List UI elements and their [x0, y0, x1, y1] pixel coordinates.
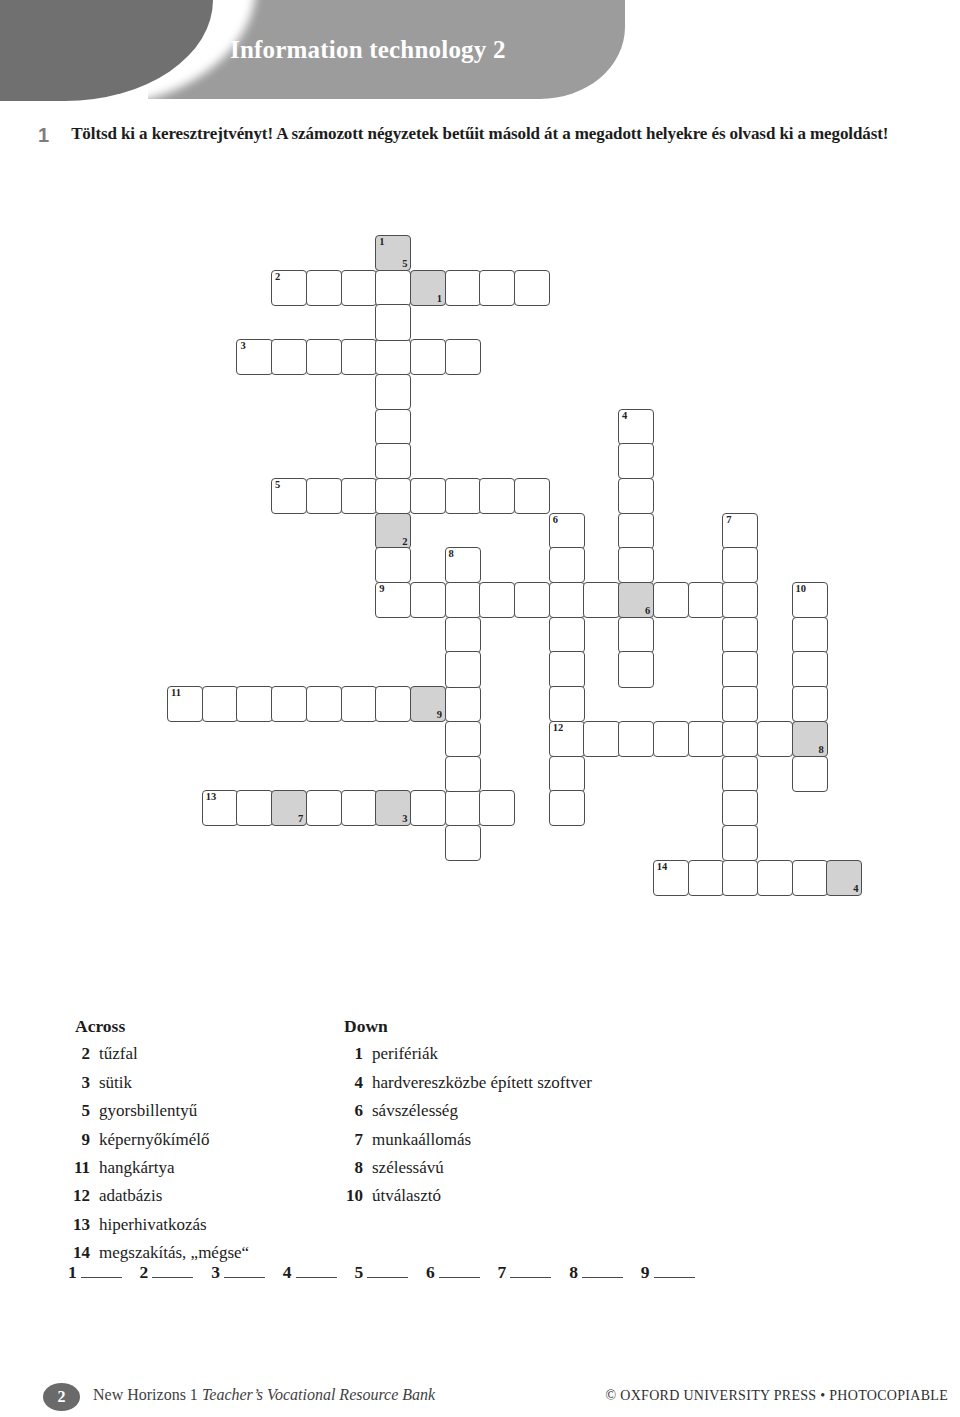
grid-cell-r14c8[interactable]: [445, 721, 481, 757]
grid-cell-r11c8[interactable]: [445, 617, 481, 653]
grid-cell-r9c13[interactable]: [618, 547, 654, 583]
across-clue-text-14: megszakítás, „mégse“: [99, 1243, 249, 1262]
grid-cell-r10c9[interactable]: [479, 582, 515, 618]
grid-cell-r18c15[interactable]: [688, 860, 724, 896]
answer-slot-number-8: 8: [569, 1262, 578, 1282]
clue-number-12: 12: [553, 722, 564, 734]
down-clue-4: 4hardvereszközbe épített szoftver: [337, 1069, 592, 1097]
grid-cell-r13c8[interactable]: [445, 686, 481, 722]
across-clue-number-12: 12: [68, 1182, 90, 1210]
grid-cell-r13c0[interactable]: 11: [167, 686, 203, 722]
answer-slot-number-2: 2: [140, 1262, 149, 1282]
grid-cell-r1c8[interactable]: [445, 270, 481, 306]
grid-cell-r15c11[interactable]: [549, 756, 585, 792]
grid-cell-r17c8[interactable]: [445, 825, 481, 861]
clue-number-5: 5: [275, 479, 280, 491]
answer-slot-number-4: 4: [283, 1262, 292, 1282]
grid-cell-r8c13[interactable]: [618, 513, 654, 549]
clue-number-6: 6: [553, 514, 558, 526]
across-clue-12: 12adatbázis: [68, 1182, 249, 1210]
answer-slot-number-5: 5: [354, 1262, 363, 1282]
answer-slot-blank-8[interactable]: [582, 1264, 623, 1278]
grid-cell-r10c8[interactable]: [445, 582, 481, 618]
solution-letter-number-1: 1: [437, 293, 442, 305]
down-clue-text-10: útválasztó: [372, 1186, 441, 1205]
answer-slot-9: 9: [641, 1262, 713, 1283]
page-number-badge: 2: [43, 1383, 80, 1411]
grid-cell-r5c13[interactable]: 4: [618, 409, 654, 445]
down-clue-number-7: 7: [337, 1126, 363, 1154]
grid-cell-r7c5[interactable]: [341, 478, 377, 514]
grid-cell-r14c14[interactable]: [653, 721, 689, 757]
grid-cell-r16c3[interactable]: 7: [271, 790, 307, 826]
down-clue-text-7: munkaállomás: [372, 1130, 471, 1149]
down-clue-6: 6sávszélesség: [337, 1097, 592, 1125]
across-clue-number-5: 5: [68, 1097, 90, 1125]
answer-slot-blank-1[interactable]: [81, 1264, 122, 1278]
solution-letter-number-5: 5: [402, 258, 407, 270]
answer-slot-5: 5: [354, 1262, 426, 1283]
grid-cell-r16c6[interactable]: 3: [375, 790, 411, 826]
down-clue-number-8: 8: [337, 1154, 363, 1182]
grid-cell-r6c13[interactable]: [618, 443, 654, 479]
clue-number-4: 4: [622, 410, 627, 422]
grid-cell-r11c16[interactable]: [722, 617, 758, 653]
grid-cell-r7c10[interactable]: [514, 478, 550, 514]
across-clue-number-2: 2: [68, 1040, 90, 1068]
down-clue-10: 10útválasztó: [337, 1182, 592, 1210]
solution-letter-number-8: 8: [819, 744, 824, 756]
grid-cell-r16c5[interactable]: [341, 790, 377, 826]
across-clue-text-13: hiperhivatkozás: [99, 1215, 207, 1234]
grid-cell-r13c7[interactable]: 9: [410, 686, 446, 722]
clue-number-2: 2: [275, 271, 280, 283]
across-clue-11: 11hangkártya: [68, 1154, 249, 1182]
grid-cell-r9c16[interactable]: [722, 547, 758, 583]
across-clue-text-3: sütik: [99, 1073, 132, 1092]
grid-cell-r3c4[interactable]: [306, 339, 342, 375]
grid-cell-r3c6[interactable]: [375, 339, 411, 375]
grid-cell-r18c18[interactable]: [792, 860, 828, 896]
down-clue-number-6: 6: [337, 1097, 363, 1125]
answer-slot-number-3: 3: [211, 1262, 220, 1282]
across-header: Across: [68, 1012, 249, 1040]
grid-cell-r10c11[interactable]: [549, 582, 585, 618]
grid-cell-r7c4[interactable]: [306, 478, 342, 514]
grid-cell-r3c5[interactable]: [341, 339, 377, 375]
grid-cell-r16c8[interactable]: [445, 790, 481, 826]
across-clue-3: 3sütik: [68, 1069, 249, 1097]
answer-slot-number-7: 7: [498, 1262, 507, 1282]
grid-cell-r7c8[interactable]: [445, 478, 481, 514]
grid-cell-r14c11[interactable]: 12: [549, 721, 585, 757]
grid-cell-r10c6[interactable]: 9: [375, 582, 411, 618]
grid-cell-r3c3[interactable]: [271, 339, 307, 375]
down-clue-text-4: hardvereszközbe épített szoftver: [372, 1073, 592, 1092]
grid-cell-r1c4[interactable]: [306, 270, 342, 306]
across-clue-text-11: hangkártya: [99, 1158, 175, 1177]
clue-number-8: 8: [449, 548, 454, 560]
solution-letter-number-9: 9: [437, 709, 442, 721]
grid-cell-r10c12[interactable]: [583, 582, 619, 618]
answer-slot-blank-4[interactable]: [296, 1264, 337, 1278]
grid-cell-r7c7[interactable]: [410, 478, 446, 514]
grid-cell-r11c11[interactable]: [549, 617, 585, 653]
across-clue-13: 13hiperhivatkozás: [68, 1211, 249, 1239]
grid-cell-r11c18[interactable]: [792, 617, 828, 653]
grid-cell-r13c5[interactable]: [341, 686, 377, 722]
grid-cell-r12c18[interactable]: [792, 651, 828, 687]
grid-cell-r13c6[interactable]: [375, 686, 411, 722]
answer-slot-number-9: 9: [641, 1262, 650, 1282]
page-title: Information technology 2: [230, 36, 625, 64]
grid-cell-r9c8[interactable]: 8: [445, 547, 481, 583]
answer-slot-blank-7[interactable]: [510, 1264, 551, 1278]
answer-slot-blank-9[interactable]: [654, 1264, 695, 1278]
grid-cell-r7c6[interactable]: [375, 478, 411, 514]
solution-letter-number-4: 4: [853, 883, 858, 895]
grid-cell-r10c14[interactable]: [653, 582, 689, 618]
exercise-text: Töltsd ki a keresztrejtvényt! A számozot…: [71, 124, 888, 143]
answer-slot-4: 4: [283, 1262, 355, 1283]
grid-cell-r3c8[interactable]: [445, 339, 481, 375]
grid-cell-r18c16[interactable]: [722, 860, 758, 896]
clue-number-13: 13: [206, 791, 217, 803]
grid-cell-r18c19[interactable]: 4: [826, 860, 862, 896]
grid-cell-r6c6[interactable]: [375, 443, 411, 479]
clue-number-9: 9: [379, 583, 384, 595]
across-clue-number-11: 11: [68, 1154, 90, 1182]
down-clue-7: 7munkaállomás: [337, 1126, 592, 1154]
grid-cell-r13c11[interactable]: [549, 686, 585, 722]
grid-cell-r0c6[interactable]: 15: [375, 235, 411, 271]
answer-slot-2: 2: [140, 1262, 212, 1283]
down-clue-number-4: 4: [337, 1069, 363, 1097]
grid-cell-r10c16[interactable]: [722, 582, 758, 618]
grid-cell-r12c11[interactable]: [549, 651, 585, 687]
down-clue-number-1: 1: [337, 1040, 363, 1068]
grid-cell-r1c10[interactable]: [514, 270, 550, 306]
grid-cell-r16c16[interactable]: [722, 790, 758, 826]
grid-cell-r12c8[interactable]: [445, 651, 481, 687]
answer-slot-6: 6: [426, 1262, 498, 1283]
solution-answer-line: 123456789: [68, 1262, 712, 1283]
grid-cell-r12c16[interactable]: [722, 651, 758, 687]
grid-cell-r9c11[interactable]: [549, 547, 585, 583]
clue-number-11: 11: [171, 687, 181, 699]
clue-number-1: 1: [379, 236, 384, 248]
grid-cell-r10c10[interactable]: [514, 582, 550, 618]
across-clue-2: 2tűzfal: [68, 1040, 249, 1068]
footer-series-name: New Horizons 1: [93, 1386, 202, 1403]
answer-slot-number-6: 6: [426, 1262, 435, 1282]
grid-cell-r8c6[interactable]: 2: [375, 513, 411, 549]
grid-cell-r13c1[interactable]: [202, 686, 238, 722]
down-clue-8: 8szélessávú: [337, 1154, 592, 1182]
answer-slot-blank-5[interactable]: [367, 1264, 408, 1278]
grid-cell-r16c2[interactable]: [236, 790, 272, 826]
grid-cell-r13c2[interactable]: [236, 686, 272, 722]
grid-cell-r3c2[interactable]: 3: [236, 339, 272, 375]
grid-cell-r16c1[interactable]: 13: [202, 790, 238, 826]
exercise-instruction: 1Töltsd ki a keresztrejtvényt! A számozo…: [38, 124, 948, 147]
answer-slot-blank-3[interactable]: [224, 1264, 265, 1278]
answer-slot-7: 7: [498, 1262, 570, 1283]
grid-cell-r15c16[interactable]: [722, 756, 758, 792]
grid-cell-r1c5[interactable]: [341, 270, 377, 306]
grid-cell-r5c6[interactable]: [375, 409, 411, 445]
down-clue-1: 1perifériák: [337, 1040, 592, 1068]
grid-cell-r1c9[interactable]: [479, 270, 515, 306]
grid-cell-r13c3[interactable]: [271, 686, 307, 722]
grid-cell-r7c3[interactable]: 5: [271, 478, 307, 514]
grid-cell-r9c6[interactable]: [375, 547, 411, 583]
across-clue-text-9: képernyőkímélő: [99, 1130, 209, 1149]
clue-number-10: 10: [796, 583, 807, 595]
grid-cell-r14c16[interactable]: [722, 721, 758, 757]
grid-cell-r17c16[interactable]: [722, 825, 758, 861]
grid-cell-r14c12[interactable]: [583, 721, 619, 757]
down-clue-text-8: szélessávú: [372, 1158, 444, 1177]
answer-slot-8: 8: [569, 1262, 641, 1283]
grid-cell-r14c17[interactable]: [757, 721, 793, 757]
grid-cell-r12c13[interactable]: [618, 651, 654, 687]
across-clue-text-2: tűzfal: [99, 1044, 138, 1063]
down-header: Down: [337, 1012, 592, 1040]
across-clue-5: 5gyorsbillentyű: [68, 1097, 249, 1125]
across-clues: Across 2tűzfal3sütik5gyorsbillentyű9képe…: [68, 1012, 249, 1268]
grid-cell-r3c7[interactable]: [410, 339, 446, 375]
grid-cell-r16c9[interactable]: [479, 790, 515, 826]
grid-cell-r1c6[interactable]: [375, 270, 411, 306]
grid-cell-r13c18[interactable]: [792, 686, 828, 722]
exercise-number: 1: [38, 124, 49, 146]
answer-slot-blank-2[interactable]: [152, 1264, 193, 1278]
grid-cell-r18c14[interactable]: 14: [653, 860, 689, 896]
footer-copyright: © OXFORD UNIVERSITY PRESS • PHOTOCOPIABL…: [606, 1388, 949, 1404]
down-clue-number-10: 10: [337, 1182, 363, 1210]
across-clue-number-9: 9: [68, 1126, 90, 1154]
grid-cell-r1c7[interactable]: 1: [410, 270, 446, 306]
answer-slot-blank-6[interactable]: [439, 1264, 480, 1278]
grid-cell-r2c6[interactable]: [375, 304, 411, 340]
across-clue-text-5: gyorsbillentyű: [99, 1101, 197, 1120]
grid-cell-r11c13[interactable]: [618, 617, 654, 653]
grid-cell-r16c4[interactable]: [306, 790, 342, 826]
across-clue-text-12: adatbázis: [99, 1186, 162, 1205]
grid-cell-r14c15[interactable]: [688, 721, 724, 757]
footer-series-subtitle: Teacher’s Vocational Resource Bank: [202, 1386, 435, 1403]
grid-cell-r8c16[interactable]: 7: [722, 513, 758, 549]
answer-slot-number-1: 1: [68, 1262, 77, 1282]
grid-cell-r7c13[interactable]: [618, 478, 654, 514]
clue-number-7: 7: [726, 514, 731, 526]
grid-cell-r8c11[interactable]: 6: [549, 513, 585, 549]
solution-letter-number-2: 2: [402, 536, 407, 548]
grid-cell-r1c3[interactable]: 2: [271, 270, 307, 306]
grid-cell-r10c7[interactable]: [410, 582, 446, 618]
clue-number-3: 3: [240, 340, 245, 352]
grid-cell-r16c7[interactable]: [410, 790, 446, 826]
grid-cell-r13c4[interactable]: [306, 686, 342, 722]
grid-cell-r4c6[interactable]: [375, 374, 411, 410]
solution-letter-number-6: 6: [645, 605, 650, 617]
grid-cell-r14c13[interactable]: [618, 721, 654, 757]
answer-slot-1: 1: [68, 1262, 140, 1283]
footer-series: New Horizons 1 Teacher’s Vocational Reso…: [93, 1386, 435, 1404]
crossword-grid: 2135961191281373144152467810: [167, 235, 867, 900]
header-banner: Information technology 2: [0, 0, 960, 115]
grid-cell-r16c11[interactable]: [549, 790, 585, 826]
across-clue-number-3: 3: [68, 1069, 90, 1097]
grid-cell-r18c17[interactable]: [757, 860, 793, 896]
across-clue-9: 9képernyőkímélő: [68, 1126, 249, 1154]
down-clues: Down 1perifériák4hardvereszközbe épített…: [337, 1012, 592, 1211]
grid-cell-r10c18[interactable]: 10: [792, 582, 828, 618]
down-clue-text-6: sávszélesség: [372, 1101, 458, 1120]
grid-cell-r14c18[interactable]: 8: [792, 721, 828, 757]
across-clue-list: 2tűzfal3sütik5gyorsbillentyű9képernyőkím…: [68, 1040, 249, 1267]
solution-letter-number-3: 3: [402, 813, 407, 825]
clue-number-14: 14: [657, 861, 668, 873]
grid-cell-r15c18[interactable]: [792, 756, 828, 792]
across-clue-number-13: 13: [68, 1211, 90, 1239]
grid-cell-r10c13[interactable]: 6: [618, 582, 654, 618]
answer-slot-3: 3: [211, 1262, 283, 1283]
grid-cell-r13c16[interactable]: [722, 686, 758, 722]
down-clue-text-1: perifériák: [372, 1044, 438, 1063]
solution-letter-number-7: 7: [298, 813, 303, 825]
grid-cell-r10c15[interactable]: [688, 582, 724, 618]
down-clue-list: 1perifériák4hardvereszközbe épített szof…: [337, 1040, 592, 1210]
grid-cell-r7c9[interactable]: [479, 478, 515, 514]
grid-cell-r15c8[interactable]: [445, 756, 481, 792]
